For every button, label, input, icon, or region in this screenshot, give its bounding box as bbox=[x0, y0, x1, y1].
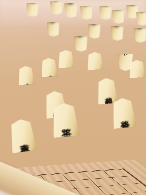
shogi-piece-gote-6三[interactable]: 歩 bbox=[88, 24, 101, 39]
piece-kanji: 歩 bbox=[45, 68, 54, 69]
shogi-piece-sente-8六[interactable]: 歩 bbox=[40, 57, 57, 77]
shogi-piece-gote-9三[interactable]: 歩 bbox=[47, 22, 61, 37]
shogi-piece-sente-9六[interactable]: 歩 bbox=[17, 65, 34, 85]
piece-kanji: 銀将 bbox=[103, 92, 111, 93]
shogi-piece-gote-4三[interactable]: 歩 bbox=[111, 26, 124, 41]
shogi-piece-sente-6六[interactable]: 歩 bbox=[87, 52, 104, 71]
piece-kanji: 歩 bbox=[22, 76, 31, 77]
shogi-photo: 銀金王金銀桂香角歩歩歩歩歩歩歩歩歩歩歩銀将角行金将王将香車 bbox=[0, 0, 146, 195]
piece-kanji: 金将 bbox=[119, 114, 128, 115]
shogi-piece-gote-4一[interactable]: 金 bbox=[80, 6, 93, 20]
piece-kanji: 王将 bbox=[60, 121, 70, 122]
shogi-piece-gote-3三[interactable]: 歩 bbox=[134, 28, 146, 43]
shogi-piece-sente-7七[interactable]: 銀将 bbox=[96, 77, 118, 105]
shogi-piece-gote-7四[interactable]: 歩 bbox=[74, 36, 88, 52]
shogi-piece-sente-7六[interactable]: 歩 bbox=[58, 50, 75, 69]
shogi-piece-gote-6一[interactable]: 金 bbox=[50, 1, 63, 15]
shogi-piece-sente-9九[interactable]: 香車 bbox=[8, 117, 37, 153]
shogi-piece-gote-5一[interactable]: 王 bbox=[64, 3, 78, 18]
shogi-piece-gote-2一[interactable]: 桂 bbox=[112, 10, 125, 24]
piece-kanji: 香車 bbox=[18, 136, 28, 137]
shogi-piece-gote-3一[interactable]: 銀 bbox=[99, 6, 112, 20]
